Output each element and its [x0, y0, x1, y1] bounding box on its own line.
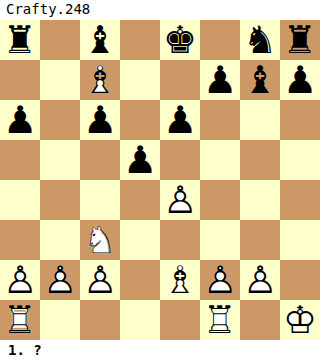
square-b5[interactable] — [40, 140, 80, 180]
square-h4[interactable] — [280, 180, 320, 220]
piece-black-pawn: ♟ — [200, 60, 240, 100]
square-g1[interactable] — [240, 300, 280, 340]
square-b4[interactable] — [40, 180, 80, 220]
square-d1[interactable] — [120, 300, 160, 340]
square-c8[interactable]: ♝ — [80, 20, 120, 60]
square-e6[interactable]: ♟ — [160, 100, 200, 140]
square-c3[interactable]: ♞♘ — [80, 220, 120, 260]
square-f3[interactable] — [200, 220, 240, 260]
piece-white-pawn: ♟♙ — [0, 260, 40, 300]
square-b6[interactable] — [40, 100, 80, 140]
square-a3[interactable] — [0, 220, 40, 260]
square-c7[interactable]: ♝♗ — [80, 60, 120, 100]
square-e3[interactable] — [160, 220, 200, 260]
square-b2[interactable]: ♟♙ — [40, 260, 80, 300]
square-c4[interactable] — [80, 180, 120, 220]
piece-black-rook: ♜ — [0, 20, 40, 60]
piece-white-bishop: ♝♗ — [160, 260, 200, 300]
square-f5[interactable] — [200, 140, 240, 180]
square-f4[interactable] — [200, 180, 240, 220]
move-prompt: 1. ? — [0, 340, 320, 360]
square-h5[interactable] — [280, 140, 320, 180]
piece-black-pawn: ♟ — [280, 60, 320, 100]
square-e8[interactable]: ♚ — [160, 20, 200, 60]
piece-white-rook: ♜♖ — [200, 300, 240, 340]
square-e7[interactable] — [160, 60, 200, 100]
square-g7[interactable]: ♝ — [240, 60, 280, 100]
square-f8[interactable] — [200, 20, 240, 60]
piece-white-pawn: ♟♙ — [40, 260, 80, 300]
chess-board: ♜♝♚♞♜♝♗♟♝♟♟♟♟♟♟♙♞♘♟♙♟♙♟♙♝♗♟♙♟♙♜♖♜♖♚♔ — [0, 20, 320, 340]
square-d4[interactable] — [120, 180, 160, 220]
piece-white-knight: ♞♘ — [80, 220, 120, 260]
square-f7[interactable]: ♟ — [200, 60, 240, 100]
piece-black-bishop: ♝ — [80, 20, 120, 60]
piece-white-pawn: ♟♙ — [240, 260, 280, 300]
square-d5[interactable]: ♟ — [120, 140, 160, 180]
square-g5[interactable] — [240, 140, 280, 180]
piece-white-rook: ♜♖ — [0, 300, 40, 340]
piece-white-king: ♚♔ — [280, 300, 320, 340]
square-e5[interactable] — [160, 140, 200, 180]
piece-black-bishop: ♝ — [240, 60, 280, 100]
square-c5[interactable] — [80, 140, 120, 180]
square-b1[interactable] — [40, 300, 80, 340]
square-d7[interactable] — [120, 60, 160, 100]
crafty-window: Crafty.248 ♜♝♚♞♜♝♗♟♝♟♟♟♟♟♟♙♞♘♟♙♟♙♟♙♝♗♟♙♟… — [0, 0, 320, 360]
square-a5[interactable] — [0, 140, 40, 180]
square-g2[interactable]: ♟♙ — [240, 260, 280, 300]
piece-black-pawn: ♟ — [120, 140, 160, 180]
piece-white-pawn: ♟♙ — [160, 180, 200, 220]
square-a2[interactable]: ♟♙ — [0, 260, 40, 300]
piece-black-pawn: ♟ — [80, 100, 120, 140]
piece-black-pawn: ♟ — [0, 100, 40, 140]
piece-black-rook: ♜ — [280, 20, 320, 60]
square-h3[interactable] — [280, 220, 320, 260]
square-f1[interactable]: ♜♖ — [200, 300, 240, 340]
piece-black-pawn: ♟ — [160, 100, 200, 140]
square-h7[interactable]: ♟ — [280, 60, 320, 100]
square-d2[interactable] — [120, 260, 160, 300]
square-a1[interactable]: ♜♖ — [0, 300, 40, 340]
piece-black-king: ♚ — [160, 20, 200, 60]
square-b7[interactable] — [40, 60, 80, 100]
square-g6[interactable] — [240, 100, 280, 140]
piece-white-pawn: ♟♙ — [80, 260, 120, 300]
window-title: Crafty.248 — [0, 0, 320, 20]
piece-white-pawn: ♟♙ — [200, 260, 240, 300]
square-d8[interactable] — [120, 20, 160, 60]
square-h8[interactable]: ♜ — [280, 20, 320, 60]
square-a6[interactable]: ♟ — [0, 100, 40, 140]
square-c1[interactable] — [80, 300, 120, 340]
square-d6[interactable] — [120, 100, 160, 140]
piece-black-knight: ♞ — [240, 20, 280, 60]
square-f2[interactable]: ♟♙ — [200, 260, 240, 300]
square-g8[interactable]: ♞ — [240, 20, 280, 60]
square-a8[interactable]: ♜ — [0, 20, 40, 60]
square-h6[interactable] — [280, 100, 320, 140]
square-d3[interactable] — [120, 220, 160, 260]
square-h2[interactable] — [280, 260, 320, 300]
square-a4[interactable] — [0, 180, 40, 220]
square-g3[interactable] — [240, 220, 280, 260]
square-f6[interactable] — [200, 100, 240, 140]
square-e1[interactable] — [160, 300, 200, 340]
square-c2[interactable]: ♟♙ — [80, 260, 120, 300]
square-b3[interactable] — [40, 220, 80, 260]
square-b8[interactable] — [40, 20, 80, 60]
piece-white-bishop: ♝♗ — [80, 60, 120, 100]
square-g4[interactable] — [240, 180, 280, 220]
square-c6[interactable]: ♟ — [80, 100, 120, 140]
square-e2[interactable]: ♝♗ — [160, 260, 200, 300]
square-a7[interactable] — [0, 60, 40, 100]
square-h1[interactable]: ♚♔ — [280, 300, 320, 340]
square-e4[interactable]: ♟♙ — [160, 180, 200, 220]
